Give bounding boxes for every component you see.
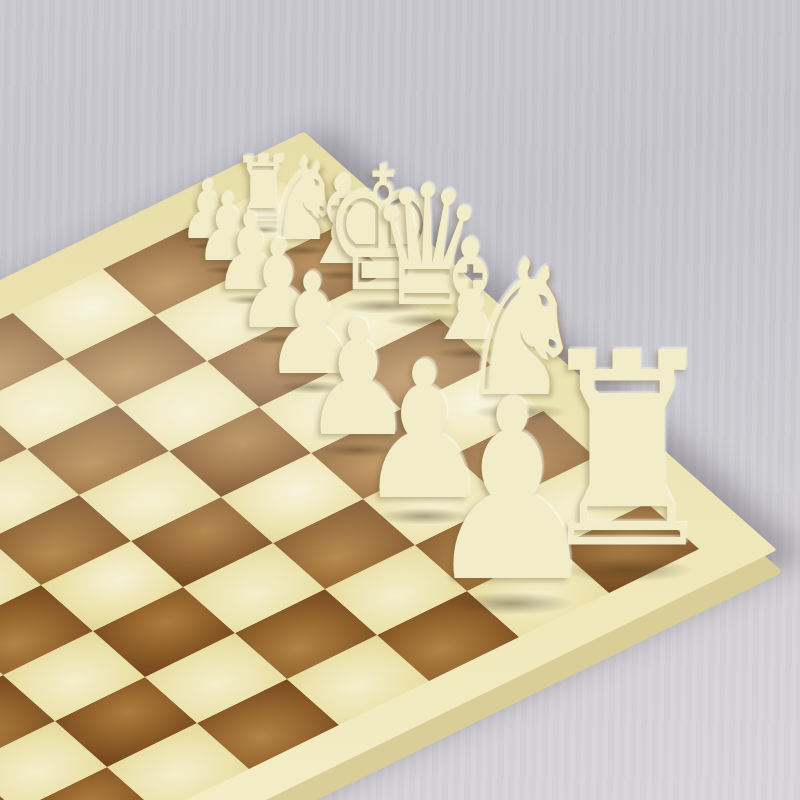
pieces-layer: ♜ ♞ ♝ ♛ ♚ ♝ ♞ ♜ ♟ ♟ ♟ ♟ ♟ ♟ ♟ ♟	[0, 0, 800, 800]
product-photo-scene: ♜ ♞ ♝ ♛ ♚ ♝ ♞ ♜ ♟ ♟ ♟ ♟ ♟ ♟ ♟ ♟	[0, 0, 800, 800]
piece-white-pawn-a2: ♟	[425, 367, 600, 617]
